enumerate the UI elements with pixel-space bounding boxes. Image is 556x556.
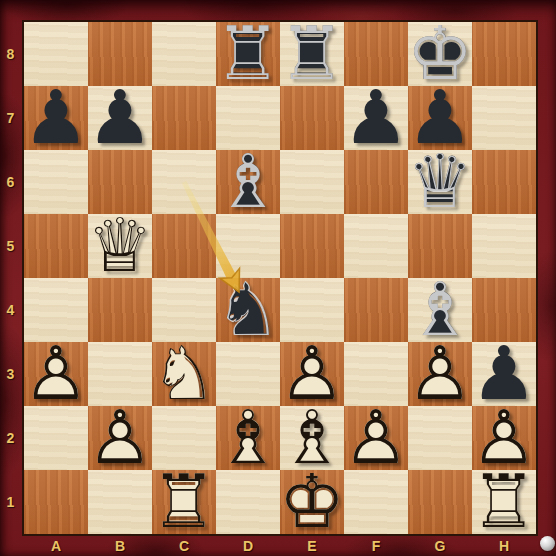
rank-label-5: 5 bbox=[0, 214, 21, 278]
piece-glyph-outline: ♗ bbox=[216, 405, 280, 469]
piece-glyph-fill: ♟ bbox=[24, 85, 88, 149]
square-c6[interactable] bbox=[152, 150, 216, 214]
piece-black-queen[interactable]: ♛♕ bbox=[408, 150, 472, 214]
piece-glyph-outline: ♙ bbox=[24, 341, 88, 405]
piece-glyph-fill: ♟ bbox=[344, 85, 408, 149]
piece-glyph-outline: ♙ bbox=[408, 341, 472, 405]
square-a5[interactable] bbox=[24, 214, 88, 278]
rank-label-6: 6 bbox=[0, 150, 21, 214]
rank-label-4: 4 bbox=[0, 278, 21, 342]
corner-sphere-marker bbox=[540, 536, 555, 551]
file-label-d: D bbox=[216, 537, 280, 556]
piece-black-rook[interactable]: ♜♖ bbox=[280, 22, 344, 86]
chess-board[interactable]: ♜♖♜♖♚♔♟♟♟♟♝♗♛♕♛♕♞♘♝♗♟♙♞♘♟♙♟♙♟♟♙♝♗♝♗♟♙♟♙♜… bbox=[22, 20, 538, 536]
piece-white-queen[interactable]: ♛♕ bbox=[88, 214, 152, 278]
piece-glyph-outline: ♕ bbox=[88, 213, 152, 277]
square-b7[interactable]: ♟ bbox=[88, 86, 152, 150]
piece-glyph-outline: ♗ bbox=[216, 149, 280, 213]
square-h8[interactable] bbox=[472, 22, 536, 86]
square-c3[interactable]: ♞♘ bbox=[152, 342, 216, 406]
square-e1[interactable]: ♚♔ bbox=[280, 470, 344, 534]
piece-white-bishop[interactable]: ♝♗ bbox=[216, 406, 280, 470]
piece-black-knight[interactable]: ♞♘ bbox=[216, 278, 280, 342]
piece-white-king[interactable]: ♚♔ bbox=[280, 470, 344, 534]
file-label-g: G bbox=[408, 537, 472, 556]
square-g6[interactable]: ♛♕ bbox=[408, 150, 472, 214]
square-a3[interactable]: ♟♙ bbox=[24, 342, 88, 406]
square-e8[interactable]: ♜♖ bbox=[280, 22, 344, 86]
piece-white-rook[interactable]: ♜♖ bbox=[152, 470, 216, 534]
file-label-b: B bbox=[88, 537, 152, 556]
piece-glyph-outline: ♖ bbox=[472, 469, 536, 533]
square-a1[interactable] bbox=[24, 470, 88, 534]
square-g1[interactable] bbox=[408, 470, 472, 534]
square-b2[interactable]: ♟♙ bbox=[88, 406, 152, 470]
piece-black-pawn[interactable]: ♟ bbox=[24, 86, 88, 150]
square-c5[interactable] bbox=[152, 214, 216, 278]
square-d8[interactable]: ♜♖ bbox=[216, 22, 280, 86]
square-b5[interactable]: ♛♕ bbox=[88, 214, 152, 278]
piece-black-pawn[interactable]: ♟ bbox=[344, 86, 408, 150]
piece-glyph-outline: ♘ bbox=[216, 277, 280, 341]
piece-white-rook[interactable]: ♜♖ bbox=[472, 470, 536, 534]
square-g3[interactable]: ♟♙ bbox=[408, 342, 472, 406]
rank-label-1: 1 bbox=[0, 470, 21, 534]
square-d6[interactable]: ♝♗ bbox=[216, 150, 280, 214]
square-e5[interactable] bbox=[280, 214, 344, 278]
square-d4[interactable]: ♞♘ bbox=[216, 278, 280, 342]
piece-white-pawn[interactable]: ♟♙ bbox=[24, 342, 88, 406]
square-h7[interactable] bbox=[472, 86, 536, 150]
square-a7[interactable]: ♟ bbox=[24, 86, 88, 150]
piece-glyph-outline: ♙ bbox=[88, 405, 152, 469]
piece-glyph-outline: ♔ bbox=[280, 469, 344, 533]
piece-glyph-fill: ♟ bbox=[88, 85, 152, 149]
square-f5[interactable] bbox=[344, 214, 408, 278]
piece-black-bishop[interactable]: ♝♗ bbox=[216, 150, 280, 214]
rank-label-7: 7 bbox=[0, 86, 21, 150]
piece-glyph-outline: ♖ bbox=[216, 21, 280, 85]
rank-label-2: 2 bbox=[0, 406, 21, 470]
square-f4[interactable] bbox=[344, 278, 408, 342]
file-label-c: C bbox=[152, 537, 216, 556]
piece-glyph-outline: ♖ bbox=[280, 21, 344, 85]
square-h6[interactable] bbox=[472, 150, 536, 214]
file-label-h: H bbox=[472, 537, 536, 556]
square-e6[interactable] bbox=[280, 150, 344, 214]
file-label-a: A bbox=[24, 537, 88, 556]
square-f2[interactable]: ♟♙ bbox=[344, 406, 408, 470]
piece-glyph-outline: ♙ bbox=[344, 405, 408, 469]
piece-white-pawn[interactable]: ♟♙ bbox=[408, 342, 472, 406]
piece-black-pawn[interactable]: ♟ bbox=[88, 86, 152, 150]
piece-glyph-outline: ♖ bbox=[152, 469, 216, 533]
piece-glyph-outline: ♘ bbox=[152, 341, 216, 405]
piece-black-rook[interactable]: ♜♖ bbox=[216, 22, 280, 86]
chess-diagram: ♜♖♜♖♚♔♟♟♟♟♝♗♛♕♛♕♞♘♝♗♟♙♞♘♟♙♟♙♟♟♙♝♗♝♗♟♙♟♙♜… bbox=[0, 0, 556, 556]
file-label-e: E bbox=[280, 537, 344, 556]
square-d2[interactable]: ♝♗ bbox=[216, 406, 280, 470]
file-label-f: F bbox=[344, 537, 408, 556]
square-h5[interactable] bbox=[472, 214, 536, 278]
piece-white-pawn[interactable]: ♟♙ bbox=[88, 406, 152, 470]
rank-label-8: 8 bbox=[0, 22, 21, 86]
square-c8[interactable] bbox=[152, 22, 216, 86]
square-c1[interactable]: ♜♖ bbox=[152, 470, 216, 534]
piece-white-pawn[interactable]: ♟♙ bbox=[344, 406, 408, 470]
square-c7[interactable] bbox=[152, 86, 216, 150]
piece-white-knight[interactable]: ♞♘ bbox=[152, 342, 216, 406]
rank-label-3: 3 bbox=[0, 342, 21, 406]
square-f7[interactable]: ♟ bbox=[344, 86, 408, 150]
square-h1[interactable]: ♜♖ bbox=[472, 470, 536, 534]
piece-glyph-outline: ♕ bbox=[408, 149, 472, 213]
